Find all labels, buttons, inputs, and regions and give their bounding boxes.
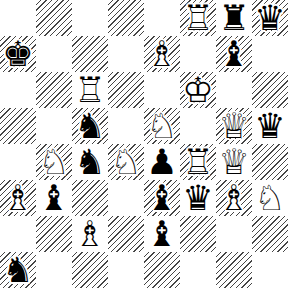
- square-h7[interactable]: [252, 36, 288, 72]
- piece-outline: ♖: [180, 144, 216, 180]
- square-c2[interactable]: ♝♗: [72, 216, 108, 252]
- square-b7[interactable]: [36, 36, 72, 72]
- square-a5[interactable]: [0, 108, 36, 144]
- black-knight[interactable]: ♞: [0, 252, 36, 288]
- piece-outline: ♗: [216, 180, 252, 216]
- square-a7[interactable]: ♚: [0, 36, 36, 72]
- black-pawn[interactable]: ♟: [144, 144, 180, 180]
- square-e3[interactable]: ♝: [144, 180, 180, 216]
- black-rook[interactable]: ♜: [216, 0, 252, 36]
- square-c3[interactable]: [72, 180, 108, 216]
- square-a1[interactable]: ♞: [0, 252, 36, 288]
- square-f6[interactable]: ♚♔: [180, 72, 216, 108]
- piece-body: ♟: [144, 144, 180, 180]
- square-f7[interactable]: [180, 36, 216, 72]
- square-h1[interactable]: [252, 252, 288, 288]
- square-b8[interactable]: [36, 0, 72, 36]
- square-h5[interactable]: ♛: [252, 108, 288, 144]
- square-b1[interactable]: [36, 252, 72, 288]
- square-e5[interactable]: ♞♘: [144, 108, 180, 144]
- square-g4[interactable]: ♛♕: [216, 144, 252, 180]
- square-h2[interactable]: [252, 216, 288, 252]
- square-a8[interactable]: [0, 0, 36, 36]
- square-d4[interactable]: ♞♘: [108, 144, 144, 180]
- square-a2[interactable]: [0, 216, 36, 252]
- black-bishop[interactable]: ♝: [144, 180, 180, 216]
- square-d1[interactable]: [108, 252, 144, 288]
- square-h3[interactable]: ♞♘: [252, 180, 288, 216]
- square-d6[interactable]: [108, 72, 144, 108]
- square-g8[interactable]: ♜: [216, 0, 252, 36]
- square-g7[interactable]: ♝: [216, 36, 252, 72]
- black-queen[interactable]: ♛: [252, 0, 288, 36]
- square-d3[interactable]: [108, 180, 144, 216]
- square-h4[interactable]: [252, 144, 288, 180]
- square-e2[interactable]: ♝: [144, 216, 180, 252]
- piece-body: ♞: [0, 252, 36, 288]
- piece-body: ♜: [216, 0, 252, 36]
- white-queen[interactable]: ♛♕: [216, 144, 252, 180]
- square-g6[interactable]: [216, 72, 252, 108]
- black-king[interactable]: ♚: [0, 36, 36, 72]
- square-b5[interactable]: [36, 108, 72, 144]
- black-bishop[interactable]: ♝: [36, 180, 72, 216]
- piece-outline: ♗: [0, 180, 36, 216]
- piece-body: ♚: [0, 36, 36, 72]
- white-knight[interactable]: ♞♘: [36, 144, 72, 180]
- white-king[interactable]: ♚♔: [180, 72, 216, 108]
- square-c6[interactable]: ♜♖: [72, 72, 108, 108]
- white-bishop[interactable]: ♝♗: [216, 180, 252, 216]
- square-e4[interactable]: ♟: [144, 144, 180, 180]
- white-knight[interactable]: ♞♘: [144, 108, 180, 144]
- black-knight[interactable]: ♞: [72, 108, 108, 144]
- square-g5[interactable]: ♛♕: [216, 108, 252, 144]
- piece-body: ♛: [252, 108, 288, 144]
- piece-outline: ♔: [180, 72, 216, 108]
- piece-body: ♛: [252, 0, 288, 36]
- black-bishop[interactable]: ♝: [216, 36, 252, 72]
- piece-outline: ♗: [72, 216, 108, 252]
- piece-outline: ♘: [252, 180, 288, 216]
- square-f8[interactable]: ♜♖: [180, 0, 216, 36]
- square-c4[interactable]: ♞: [72, 144, 108, 180]
- square-a6[interactable]: [0, 72, 36, 108]
- square-g1[interactable]: [216, 252, 252, 288]
- square-f1[interactable]: [180, 252, 216, 288]
- chess-board: ♜♖♜♛♚♝♗♝♜♖♚♔♞♞♘♛♕♛♞♘♞♞♘♟♜♖♛♕♝♗♝♝♛♝♗♞♘♝♗♝…: [0, 0, 288, 288]
- piece-body: ♝: [144, 180, 180, 216]
- black-bishop[interactable]: ♝: [144, 216, 180, 252]
- square-e6[interactable]: [144, 72, 180, 108]
- piece-outline: ♗: [144, 36, 180, 72]
- piece-body: ♝: [144, 216, 180, 252]
- square-g2[interactable]: [216, 216, 252, 252]
- square-b2[interactable]: [36, 216, 72, 252]
- white-rook[interactable]: ♜♖: [180, 144, 216, 180]
- square-a4[interactable]: [0, 144, 36, 180]
- square-d2[interactable]: [108, 216, 144, 252]
- square-b4[interactable]: ♞♘: [36, 144, 72, 180]
- white-knight[interactable]: ♞♘: [252, 180, 288, 216]
- white-bishop[interactable]: ♝♗: [144, 36, 180, 72]
- square-e8[interactable]: [144, 0, 180, 36]
- square-g3[interactable]: ♝♗: [216, 180, 252, 216]
- black-queen[interactable]: ♛: [252, 108, 288, 144]
- square-c5[interactable]: ♞: [72, 108, 108, 144]
- piece-outline: ♖: [180, 0, 216, 36]
- square-h8[interactable]: ♛: [252, 0, 288, 36]
- square-a3[interactable]: ♝♗: [0, 180, 36, 216]
- piece-body: ♝: [216, 36, 252, 72]
- square-e1[interactable]: [144, 252, 180, 288]
- square-c7[interactable]: [72, 36, 108, 72]
- square-f4[interactable]: ♜♖: [180, 144, 216, 180]
- black-knight[interactable]: ♞: [72, 144, 108, 180]
- white-knight[interactable]: ♞♘: [108, 144, 144, 180]
- square-d7[interactable]: [108, 36, 144, 72]
- square-c8[interactable]: [72, 0, 108, 36]
- piece-outline: ♘: [108, 144, 144, 180]
- piece-body: ♞: [72, 144, 108, 180]
- black-queen[interactable]: ♛: [180, 180, 216, 216]
- square-d8[interactable]: [108, 0, 144, 36]
- white-rook[interactable]: ♜♖: [72, 72, 108, 108]
- square-f2[interactable]: [180, 216, 216, 252]
- piece-body: ♛: [180, 180, 216, 216]
- square-b6[interactable]: [36, 72, 72, 108]
- piece-outline: ♕: [216, 108, 252, 144]
- white-bishop[interactable]: ♝♗: [72, 216, 108, 252]
- piece-outline: ♘: [144, 108, 180, 144]
- square-e7[interactable]: ♝♗: [144, 36, 180, 72]
- square-d5[interactable]: [108, 108, 144, 144]
- square-f5[interactable]: [180, 108, 216, 144]
- square-b3[interactable]: ♝: [36, 180, 72, 216]
- square-f3[interactable]: ♛: [180, 180, 216, 216]
- piece-body: ♞: [72, 108, 108, 144]
- square-c1[interactable]: [72, 252, 108, 288]
- piece-body: ♝: [36, 180, 72, 216]
- piece-outline: ♖: [72, 72, 108, 108]
- piece-outline: ♘: [36, 144, 72, 180]
- piece-outline: ♕: [216, 144, 252, 180]
- square-h6[interactable]: [252, 72, 288, 108]
- white-bishop[interactable]: ♝♗: [0, 180, 36, 216]
- white-queen[interactable]: ♛♕: [216, 108, 252, 144]
- white-rook[interactable]: ♜♖: [180, 0, 216, 36]
